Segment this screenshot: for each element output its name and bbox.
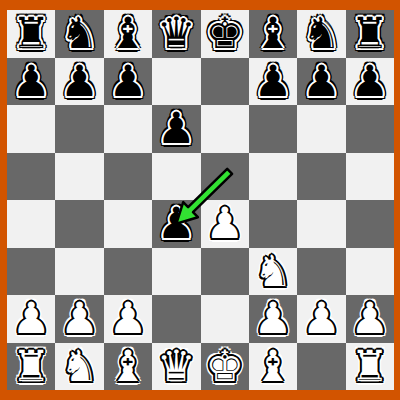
square-a8[interactable]: ♜ bbox=[7, 10, 55, 58]
square-f5[interactable] bbox=[249, 153, 297, 201]
square-e4[interactable]: ♟ bbox=[201, 200, 249, 248]
white-pawn[interactable]: ♟ bbox=[12, 297, 51, 340]
square-e8[interactable]: ♚ bbox=[201, 10, 249, 58]
square-e1[interactable]: ♚ bbox=[201, 343, 249, 391]
square-a4[interactable] bbox=[7, 200, 55, 248]
white-king[interactable]: ♚ bbox=[205, 345, 244, 388]
white-rook[interactable]: ♜ bbox=[351, 345, 390, 388]
black-pawn[interactable]: ♟ bbox=[60, 60, 99, 103]
square-b8[interactable]: ♞ bbox=[55, 10, 103, 58]
square-b6[interactable] bbox=[55, 105, 103, 153]
square-b7[interactable]: ♟ bbox=[55, 58, 103, 106]
white-bishop[interactable]: ♝ bbox=[109, 345, 148, 388]
square-a7[interactable]: ♟ bbox=[7, 58, 55, 106]
square-c8[interactable]: ♝ bbox=[104, 10, 152, 58]
square-b4[interactable] bbox=[55, 200, 103, 248]
black-pawn[interactable]: ♟ bbox=[351, 60, 390, 103]
black-knight[interactable]: ♞ bbox=[302, 12, 341, 55]
square-f3[interactable]: ♞ bbox=[249, 248, 297, 296]
square-f4[interactable] bbox=[249, 200, 297, 248]
square-d3[interactable] bbox=[152, 248, 200, 296]
square-d1[interactable]: ♛ bbox=[152, 343, 200, 391]
square-c6[interactable] bbox=[104, 105, 152, 153]
square-d8[interactable]: ♛ bbox=[152, 10, 200, 58]
square-g1[interactable] bbox=[297, 343, 345, 391]
black-pawn[interactable]: ♟ bbox=[254, 60, 293, 103]
square-c2[interactable]: ♟ bbox=[104, 295, 152, 343]
square-h8[interactable]: ♜ bbox=[346, 10, 394, 58]
square-e3[interactable] bbox=[201, 248, 249, 296]
square-h5[interactable] bbox=[346, 153, 394, 201]
square-e7[interactable] bbox=[201, 58, 249, 106]
square-e6[interactable] bbox=[201, 105, 249, 153]
square-a5[interactable] bbox=[7, 153, 55, 201]
square-c3[interactable] bbox=[104, 248, 152, 296]
black-queen[interactable]: ♛ bbox=[157, 12, 196, 55]
square-d7[interactable] bbox=[152, 58, 200, 106]
square-f2[interactable]: ♟ bbox=[249, 295, 297, 343]
square-b1[interactable]: ♞ bbox=[55, 343, 103, 391]
square-h2[interactable]: ♟ bbox=[346, 295, 394, 343]
black-pawn[interactable]: ♟ bbox=[157, 202, 196, 245]
square-g6[interactable] bbox=[297, 105, 345, 153]
white-pawn[interactable]: ♟ bbox=[351, 297, 390, 340]
square-d6[interactable]: ♟ bbox=[152, 105, 200, 153]
square-c5[interactable] bbox=[104, 153, 152, 201]
square-c4[interactable] bbox=[104, 200, 152, 248]
black-knight[interactable]: ♞ bbox=[60, 12, 99, 55]
chess-board-frame: ♜♞♝♛♚♝♞♜♟♟♟♟♟♟♟♟♟♞♟♟♟♟♟♟♜♞♝♛♚♝♜ bbox=[0, 0, 400, 400]
black-king[interactable]: ♚ bbox=[205, 12, 244, 55]
white-knight[interactable]: ♞ bbox=[60, 345, 99, 388]
square-f6[interactable] bbox=[249, 105, 297, 153]
square-c7[interactable]: ♟ bbox=[104, 58, 152, 106]
black-pawn[interactable]: ♟ bbox=[157, 107, 196, 150]
white-pawn[interactable]: ♟ bbox=[254, 297, 293, 340]
chess-board: ♜♞♝♛♚♝♞♜♟♟♟♟♟♟♟♟♟♞♟♟♟♟♟♟♜♞♝♛♚♝♜ bbox=[7, 10, 394, 390]
white-bishop[interactable]: ♝ bbox=[254, 345, 293, 388]
square-b5[interactable] bbox=[55, 153, 103, 201]
black-pawn[interactable]: ♟ bbox=[12, 60, 51, 103]
white-knight[interactable]: ♞ bbox=[254, 250, 293, 293]
square-f8[interactable]: ♝ bbox=[249, 10, 297, 58]
white-pawn[interactable]: ♟ bbox=[302, 297, 341, 340]
black-rook[interactable]: ♜ bbox=[351, 12, 390, 55]
black-bishop[interactable]: ♝ bbox=[109, 12, 148, 55]
square-d4[interactable]: ♟ bbox=[152, 200, 200, 248]
square-h4[interactable] bbox=[346, 200, 394, 248]
square-g5[interactable] bbox=[297, 153, 345, 201]
square-c1[interactable]: ♝ bbox=[104, 343, 152, 391]
black-rook[interactable]: ♜ bbox=[12, 12, 51, 55]
square-a1[interactable]: ♜ bbox=[7, 343, 55, 391]
square-a6[interactable] bbox=[7, 105, 55, 153]
square-g4[interactable] bbox=[297, 200, 345, 248]
square-a2[interactable]: ♟ bbox=[7, 295, 55, 343]
white-rook[interactable]: ♜ bbox=[12, 345, 51, 388]
square-g8[interactable]: ♞ bbox=[297, 10, 345, 58]
black-pawn[interactable]: ♟ bbox=[109, 60, 148, 103]
square-d5[interactable] bbox=[152, 153, 200, 201]
square-h7[interactable]: ♟ bbox=[346, 58, 394, 106]
square-a3[interactable] bbox=[7, 248, 55, 296]
square-e2[interactable] bbox=[201, 295, 249, 343]
white-pawn[interactable]: ♟ bbox=[205, 202, 244, 245]
black-pawn[interactable]: ♟ bbox=[302, 60, 341, 103]
white-queen[interactable]: ♛ bbox=[157, 345, 196, 388]
white-pawn[interactable]: ♟ bbox=[109, 297, 148, 340]
square-b3[interactable] bbox=[55, 248, 103, 296]
square-g3[interactable] bbox=[297, 248, 345, 296]
square-h6[interactable] bbox=[346, 105, 394, 153]
square-f7[interactable]: ♟ bbox=[249, 58, 297, 106]
white-pawn[interactable]: ♟ bbox=[60, 297, 99, 340]
square-g2[interactable]: ♟ bbox=[297, 295, 345, 343]
square-f1[interactable]: ♝ bbox=[249, 343, 297, 391]
square-e5[interactable] bbox=[201, 153, 249, 201]
square-b2[interactable]: ♟ bbox=[55, 295, 103, 343]
square-d2[interactable] bbox=[152, 295, 200, 343]
black-bishop[interactable]: ♝ bbox=[254, 12, 293, 55]
square-g7[interactable]: ♟ bbox=[297, 58, 345, 106]
square-h1[interactable]: ♜ bbox=[346, 343, 394, 391]
square-h3[interactable] bbox=[346, 248, 394, 296]
